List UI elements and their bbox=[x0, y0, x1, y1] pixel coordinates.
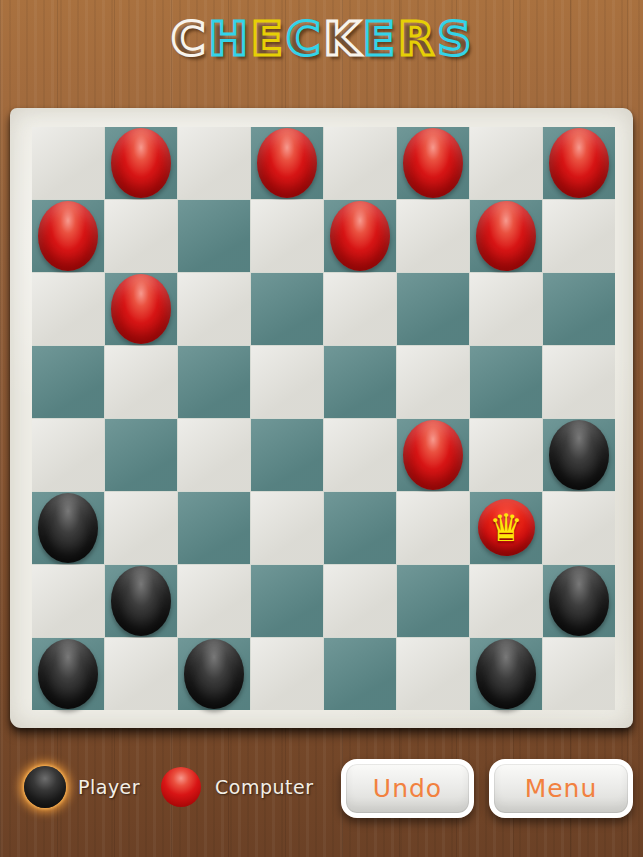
square-r5c7[interactable] bbox=[543, 492, 615, 564]
square-r6c7[interactable] bbox=[543, 565, 615, 637]
square-r1c6[interactable] bbox=[470, 200, 542, 272]
square-r5c3[interactable] bbox=[251, 492, 323, 564]
square-r5c0[interactable] bbox=[32, 492, 104, 564]
square-r1c4[interactable] bbox=[324, 200, 396, 272]
square-r3c5[interactable] bbox=[397, 346, 469, 418]
square-r4c3[interactable] bbox=[251, 419, 323, 491]
square-r7c5[interactable] bbox=[397, 638, 469, 710]
square-r2c1[interactable] bbox=[105, 273, 177, 345]
square-r5c5[interactable] bbox=[397, 492, 469, 564]
player-piece-indicator bbox=[24, 766, 66, 808]
square-r4c6[interactable] bbox=[470, 419, 542, 491]
square-r2c5[interactable] bbox=[397, 273, 469, 345]
square-r6c3[interactable] bbox=[251, 565, 323, 637]
title-letter: C bbox=[285, 11, 323, 66]
square-r0c2[interactable] bbox=[178, 127, 250, 199]
square-r3c6[interactable] bbox=[470, 346, 542, 418]
title-letter: H bbox=[207, 11, 249, 66]
square-r0c1[interactable] bbox=[105, 127, 177, 199]
black-piece[interactable] bbox=[476, 639, 536, 709]
checkers-app: CHECKERS ♛ Player Computer Undo Menu bbox=[0, 0, 643, 857]
square-r2c2[interactable] bbox=[178, 273, 250, 345]
black-piece[interactable] bbox=[549, 420, 609, 490]
square-r0c7[interactable] bbox=[543, 127, 615, 199]
board-paper: ♛ bbox=[10, 108, 633, 728]
square-r7c0[interactable] bbox=[32, 638, 104, 710]
black-piece[interactable] bbox=[38, 639, 98, 709]
app-title: CHECKERS bbox=[0, 13, 643, 65]
square-r0c0[interactable] bbox=[32, 127, 104, 199]
square-r5c2[interactable] bbox=[178, 492, 250, 564]
checkers-board: ♛ bbox=[32, 127, 615, 710]
square-r6c5[interactable] bbox=[397, 565, 469, 637]
red-king-piece[interactable]: ♛ bbox=[478, 499, 535, 556]
square-r7c1[interactable] bbox=[105, 638, 177, 710]
square-r7c6[interactable] bbox=[470, 638, 542, 710]
player-label: Player bbox=[78, 776, 140, 798]
square-r3c1[interactable] bbox=[105, 346, 177, 418]
red-piece[interactable] bbox=[403, 420, 463, 490]
square-r4c1[interactable] bbox=[105, 419, 177, 491]
square-r0c4[interactable] bbox=[324, 127, 396, 199]
square-r7c7[interactable] bbox=[543, 638, 615, 710]
red-piece[interactable] bbox=[111, 274, 171, 344]
title-letter: S bbox=[436, 11, 473, 66]
square-r4c2[interactable] bbox=[178, 419, 250, 491]
black-piece[interactable] bbox=[549, 566, 609, 636]
title-letter: E bbox=[362, 11, 397, 66]
square-r4c7[interactable] bbox=[543, 419, 615, 491]
red-piece[interactable] bbox=[38, 201, 98, 271]
square-r1c3[interactable] bbox=[251, 200, 323, 272]
square-r1c1[interactable] bbox=[105, 200, 177, 272]
red-piece[interactable] bbox=[330, 201, 390, 271]
menu-button[interactable]: Menu bbox=[489, 759, 633, 818]
square-r4c0[interactable] bbox=[32, 419, 104, 491]
square-r6c2[interactable] bbox=[178, 565, 250, 637]
square-r3c3[interactable] bbox=[251, 346, 323, 418]
square-r2c3[interactable] bbox=[251, 273, 323, 345]
computer-piece-indicator bbox=[161, 767, 201, 807]
square-r4c4[interactable] bbox=[324, 419, 396, 491]
square-r4c5[interactable] bbox=[397, 419, 469, 491]
square-r0c6[interactable] bbox=[470, 127, 542, 199]
undo-button[interactable]: Undo bbox=[341, 759, 474, 818]
square-r7c3[interactable] bbox=[251, 638, 323, 710]
square-r1c5[interactable] bbox=[397, 200, 469, 272]
square-r6c0[interactable] bbox=[32, 565, 104, 637]
black-piece[interactable] bbox=[111, 566, 171, 636]
square-r0c5[interactable] bbox=[397, 127, 469, 199]
title-letter: R bbox=[397, 11, 436, 66]
computer-label: Computer bbox=[215, 776, 313, 798]
square-r6c6[interactable] bbox=[470, 565, 542, 637]
square-r7c2[interactable] bbox=[178, 638, 250, 710]
title-letter: K bbox=[322, 11, 361, 66]
square-r1c7[interactable] bbox=[543, 200, 615, 272]
square-r2c6[interactable] bbox=[470, 273, 542, 345]
square-r3c0[interactable] bbox=[32, 346, 104, 418]
square-r2c4[interactable] bbox=[324, 273, 396, 345]
square-r3c7[interactable] bbox=[543, 346, 615, 418]
square-r6c4[interactable] bbox=[324, 565, 396, 637]
black-piece[interactable] bbox=[184, 639, 244, 709]
square-r5c4[interactable] bbox=[324, 492, 396, 564]
title-letter: E bbox=[250, 11, 285, 66]
red-piece[interactable] bbox=[111, 128, 171, 198]
square-r2c0[interactable] bbox=[32, 273, 104, 345]
red-piece[interactable] bbox=[549, 128, 609, 198]
red-piece[interactable] bbox=[403, 128, 463, 198]
square-r2c7[interactable] bbox=[543, 273, 615, 345]
title-letter: C bbox=[170, 11, 208, 66]
square-r7c4[interactable] bbox=[324, 638, 396, 710]
square-r6c1[interactable] bbox=[105, 565, 177, 637]
square-r3c2[interactable] bbox=[178, 346, 250, 418]
square-r5c1[interactable] bbox=[105, 492, 177, 564]
square-r5c6[interactable]: ♛ bbox=[470, 492, 542, 564]
square-r0c3[interactable] bbox=[251, 127, 323, 199]
square-r3c4[interactable] bbox=[324, 346, 396, 418]
red-piece[interactable] bbox=[476, 201, 536, 271]
square-r1c2[interactable] bbox=[178, 200, 250, 272]
red-piece[interactable] bbox=[257, 128, 317, 198]
square-r1c0[interactable] bbox=[32, 200, 104, 272]
black-piece[interactable] bbox=[38, 493, 98, 563]
